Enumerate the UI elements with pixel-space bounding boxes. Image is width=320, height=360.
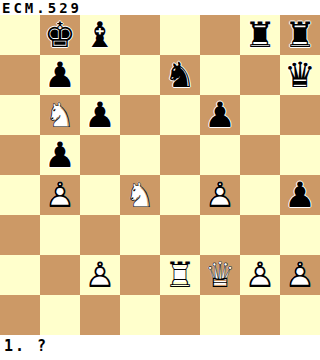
square-e5[interactable]	[160, 135, 200, 175]
square-c2[interactable]: ♟♙	[80, 255, 120, 295]
square-f1[interactable]	[200, 295, 240, 335]
square-h3[interactable]	[280, 215, 320, 255]
piece-white-pawn-fill: ♟	[40, 175, 80, 215]
square-g8[interactable]: ♜	[240, 15, 280, 55]
square-b3[interactable]	[40, 215, 80, 255]
square-b6[interactable]: ♞♘	[40, 95, 80, 135]
piece-white-pawn-fill: ♟	[280, 255, 320, 295]
square-g7[interactable]	[240, 55, 280, 95]
square-g4[interactable]	[240, 175, 280, 215]
piece-white-knight: ♘	[120, 175, 160, 215]
piece-black-queen: ♛	[280, 55, 320, 95]
piece-white-pawn: ♙	[280, 255, 320, 295]
puzzle-header: ECM.529	[0, 0, 320, 15]
square-b8[interactable]: ♚	[40, 15, 80, 55]
square-h7[interactable]: ♛	[280, 55, 320, 95]
square-d5[interactable]	[120, 135, 160, 175]
piece-white-pawn: ♙	[80, 255, 120, 295]
piece-white-knight: ♘	[40, 95, 80, 135]
square-a7[interactable]	[0, 55, 40, 95]
square-b4[interactable]: ♟♙	[40, 175, 80, 215]
piece-black-pawn: ♟	[200, 95, 240, 135]
square-c8[interactable]: ♝	[80, 15, 120, 55]
square-g2[interactable]: ♟♙	[240, 255, 280, 295]
square-h4[interactable]: ♟	[280, 175, 320, 215]
piece-black-knight: ♞	[160, 55, 200, 95]
square-e1[interactable]	[160, 295, 200, 335]
square-b2[interactable]	[40, 255, 80, 295]
square-h5[interactable]	[280, 135, 320, 175]
square-e6[interactable]	[160, 95, 200, 135]
piece-white-knight-fill: ♞	[40, 95, 80, 135]
piece-black-pawn: ♟	[280, 175, 320, 215]
square-a4[interactable]	[0, 175, 40, 215]
square-d4[interactable]: ♞♘	[120, 175, 160, 215]
square-b7[interactable]: ♟	[40, 55, 80, 95]
piece-black-pawn: ♟	[40, 135, 80, 175]
piece-black-bishop: ♝	[80, 15, 120, 55]
square-c4[interactable]	[80, 175, 120, 215]
square-g1[interactable]	[240, 295, 280, 335]
square-a6[interactable]	[0, 95, 40, 135]
square-d2[interactable]	[120, 255, 160, 295]
square-f4[interactable]: ♟♙	[200, 175, 240, 215]
piece-black-pawn: ♟	[80, 95, 120, 135]
piece-white-knight-fill: ♞	[120, 175, 160, 215]
puzzle-title: ECM.529	[2, 1, 82, 15]
square-d3[interactable]	[120, 215, 160, 255]
square-f6[interactable]: ♟	[200, 95, 240, 135]
piece-white-pawn: ♙	[240, 255, 280, 295]
piece-white-pawn-fill: ♟	[240, 255, 280, 295]
square-b1[interactable]	[40, 295, 80, 335]
square-a3[interactable]	[0, 215, 40, 255]
piece-white-pawn-fill: ♟	[200, 175, 240, 215]
square-e2[interactable]: ♜♖	[160, 255, 200, 295]
square-d8[interactable]	[120, 15, 160, 55]
piece-black-rook: ♜	[280, 15, 320, 55]
square-d7[interactable]	[120, 55, 160, 95]
square-g6[interactable]	[240, 95, 280, 135]
square-f3[interactable]	[200, 215, 240, 255]
square-h1[interactable]	[280, 295, 320, 335]
piece-black-king: ♚	[40, 15, 80, 55]
square-d1[interactable]	[120, 295, 160, 335]
piece-white-rook-fill: ♜	[160, 255, 200, 295]
piece-white-rook: ♖	[160, 255, 200, 295]
square-a8[interactable]	[0, 15, 40, 55]
square-e8[interactable]	[160, 15, 200, 55]
square-h8[interactable]: ♜	[280, 15, 320, 55]
square-c3[interactable]	[80, 215, 120, 255]
square-c6[interactable]: ♟	[80, 95, 120, 135]
square-c5[interactable]	[80, 135, 120, 175]
square-f5[interactable]	[200, 135, 240, 175]
piece-white-queen-fill: ♛	[200, 255, 240, 295]
square-f2[interactable]: ♛♕	[200, 255, 240, 295]
square-b5[interactable]: ♟	[40, 135, 80, 175]
square-h6[interactable]	[280, 95, 320, 135]
piece-white-pawn-fill: ♟	[80, 255, 120, 295]
piece-black-pawn: ♟	[40, 55, 80, 95]
piece-white-pawn: ♙	[40, 175, 80, 215]
square-c7[interactable]	[80, 55, 120, 95]
move-prompt-bar: 1. ?	[0, 335, 320, 360]
square-e7[interactable]: ♞	[160, 55, 200, 95]
piece-black-rook: ♜	[240, 15, 280, 55]
piece-white-queen: ♕	[200, 255, 240, 295]
square-a5[interactable]	[0, 135, 40, 175]
square-f7[interactable]	[200, 55, 240, 95]
square-e4[interactable]	[160, 175, 200, 215]
chess-board: ♚♝♜♜♟♞♛♞♘♟♟♟♟♙♞♘♟♙♟♟♙♜♖♛♕♟♙♟♙	[0, 15, 320, 335]
square-g5[interactable]	[240, 135, 280, 175]
square-e3[interactable]	[160, 215, 200, 255]
piece-white-pawn: ♙	[200, 175, 240, 215]
square-c1[interactable]	[80, 295, 120, 335]
square-f8[interactable]	[200, 15, 240, 55]
square-d6[interactable]	[120, 95, 160, 135]
square-g3[interactable]	[240, 215, 280, 255]
square-a2[interactable]	[0, 255, 40, 295]
square-h2[interactable]: ♟♙	[280, 255, 320, 295]
square-a1[interactable]	[0, 295, 40, 335]
move-prompt: 1. ?	[4, 338, 48, 354]
